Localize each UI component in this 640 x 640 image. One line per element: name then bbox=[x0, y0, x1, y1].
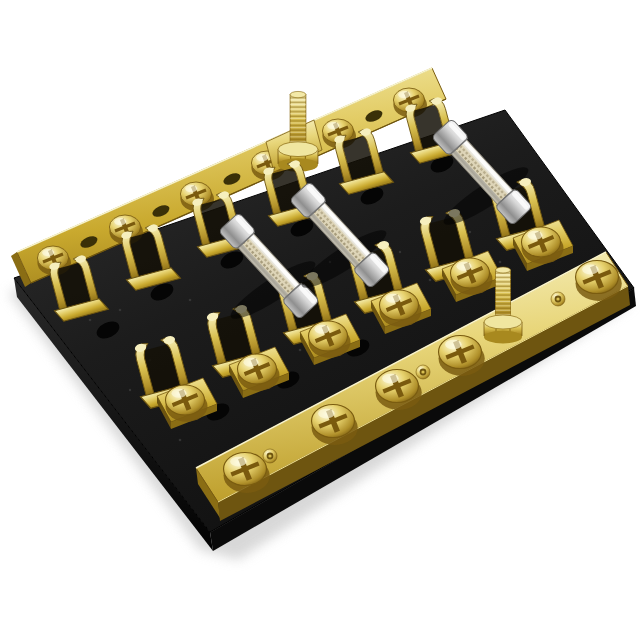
photo-canvas bbox=[0, 0, 640, 640]
bus-rivet-2 bbox=[416, 365, 430, 379]
bus-rivet-1 bbox=[263, 449, 277, 463]
bus-rivet-3 bbox=[551, 292, 565, 306]
fuse-block-photo bbox=[0, 0, 640, 640]
